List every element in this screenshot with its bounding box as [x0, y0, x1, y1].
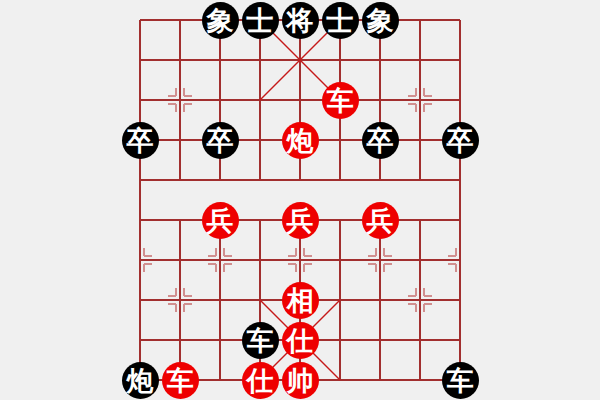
board-grid: 象士将士象车卒卒炮卒卒兵兵兵相车仕炮车仕帅车 — [120, 0, 480, 400]
point-f8r5[interactable] — [400, 160, 440, 200]
point-f4r3[interactable] — [240, 80, 280, 120]
point-f2r6[interactable] — [160, 200, 200, 240]
point-f5r4[interactable]: 炮 — [280, 120, 320, 160]
point-f3r3[interactable] — [200, 80, 240, 120]
point-f3r10[interactable] — [200, 360, 240, 400]
point-f6r10[interactable] — [320, 360, 360, 400]
piece-label: 兵 — [207, 207, 234, 234]
point-f8r4[interactable] — [400, 120, 440, 160]
point-f1r2[interactable] — [120, 40, 160, 80]
black-general[interactable]: 将 — [282, 2, 319, 39]
black-soldier[interactable]: 卒 — [122, 122, 159, 159]
piece-label: 相 — [287, 287, 314, 314]
red-elephant[interactable]: 相 — [282, 282, 319, 319]
piece-label: 将 — [287, 7, 314, 34]
point-f9r3[interactable] — [440, 80, 480, 120]
point-f4r7[interactable] — [240, 240, 280, 280]
point-f1r3[interactable] — [120, 80, 160, 120]
point-f7r1[interactable]: 象 — [360, 0, 400, 40]
point-f1r1[interactable] — [120, 0, 160, 40]
piece-label: 仕 — [287, 327, 314, 354]
point-f4r5[interactable] — [240, 160, 280, 200]
point-f4r8[interactable] — [240, 280, 280, 320]
point-f9r7[interactable] — [440, 240, 480, 280]
red-soldier[interactable]: 兵 — [362, 202, 399, 239]
black-advisor[interactable]: 士 — [322, 2, 359, 39]
piece-label: 士 — [327, 7, 354, 34]
piece-label: 卒 — [447, 127, 474, 154]
point-f3r8[interactable] — [200, 280, 240, 320]
point-f6r7[interactable] — [320, 240, 360, 280]
point-f4r9[interactable]: 车 — [240, 320, 280, 360]
point-f8r9[interactable] — [400, 320, 440, 360]
point-f3r5[interactable] — [200, 160, 240, 200]
piece-label: 象 — [367, 7, 394, 34]
piece-label: 车 — [167, 367, 194, 394]
point-f5r5[interactable] — [280, 160, 320, 200]
point-f6r3[interactable]: 车 — [320, 80, 360, 120]
piece-label: 仕 — [247, 367, 274, 394]
point-f1r8[interactable] — [120, 280, 160, 320]
point-f1r4[interactable]: 卒 — [120, 120, 160, 160]
piece-label: 车 — [327, 87, 354, 114]
red-soldier[interactable]: 兵 — [202, 202, 239, 239]
point-f8r3[interactable] — [400, 80, 440, 120]
point-f8r7[interactable] — [400, 240, 440, 280]
piece-label: 卒 — [367, 127, 394, 154]
point-f9r2[interactable] — [440, 40, 480, 80]
red-general[interactable]: 帅 — [282, 362, 319, 399]
point-f3r4[interactable]: 卒 — [200, 120, 240, 160]
point-f4r1[interactable]: 士 — [240, 0, 280, 40]
piece-label: 象 — [207, 7, 234, 34]
point-f7r5[interactable] — [360, 160, 400, 200]
red-advisor[interactable]: 仕 — [242, 362, 279, 399]
red-soldier[interactable]: 兵 — [282, 202, 319, 239]
point-f9r9[interactable] — [440, 320, 480, 360]
piece-label: 车 — [247, 327, 274, 354]
point-f6r5[interactable] — [320, 160, 360, 200]
point-f4r6[interactable] — [240, 200, 280, 240]
point-f8r1[interactable] — [400, 0, 440, 40]
point-f9r4[interactable]: 卒 — [440, 120, 480, 160]
piece-label: 帅 — [287, 367, 314, 394]
point-f1r9[interactable] — [120, 320, 160, 360]
point-f2r8[interactable] — [160, 280, 200, 320]
piece-label: 车 — [447, 367, 474, 394]
point-f9r8[interactable] — [440, 280, 480, 320]
point-f1r10[interactable]: 炮 — [120, 360, 160, 400]
point-f2r10[interactable]: 车 — [160, 360, 200, 400]
point-f9r1[interactable] — [440, 0, 480, 40]
point-f2r2[interactable] — [160, 40, 200, 80]
point-f9r6[interactable] — [440, 200, 480, 240]
black-advisor[interactable]: 士 — [242, 2, 279, 39]
point-f3r6[interactable]: 兵 — [200, 200, 240, 240]
point-f2r9[interactable] — [160, 320, 200, 360]
point-f2r4[interactable] — [160, 120, 200, 160]
piece-label: 兵 — [287, 207, 314, 234]
point-f4r4[interactable] — [240, 120, 280, 160]
point-f6r6[interactable] — [320, 200, 360, 240]
point-f2r1[interactable] — [160, 0, 200, 40]
point-f5r1[interactable]: 将 — [280, 0, 320, 40]
point-f1r7[interactable] — [120, 240, 160, 280]
xiangqi-board: 象士将士象车卒卒炮卒卒兵兵兵相车仕炮车仕帅车 — [0, 0, 600, 400]
point-f6r4[interactable] — [320, 120, 360, 160]
point-f1r5[interactable] — [120, 160, 160, 200]
red-cannon[interactable]: 炮 — [282, 122, 319, 159]
point-f9r10[interactable]: 车 — [440, 360, 480, 400]
piece-label: 士 — [247, 7, 274, 34]
point-f5r7[interactable] — [280, 240, 320, 280]
red-chariot[interactable]: 车 — [162, 362, 199, 399]
point-f6r8[interactable] — [320, 280, 360, 320]
point-f5r2[interactable] — [280, 40, 320, 80]
red-advisor[interactable]: 仕 — [282, 322, 319, 359]
point-f5r8[interactable]: 相 — [280, 280, 320, 320]
black-cannon[interactable]: 炮 — [122, 362, 159, 399]
point-f3r2[interactable] — [200, 40, 240, 80]
piece-label: 卒 — [127, 127, 154, 154]
point-f7r8[interactable] — [360, 280, 400, 320]
black-soldier[interactable]: 卒 — [202, 122, 239, 159]
point-f7r4[interactable]: 卒 — [360, 120, 400, 160]
black-elephant[interactable]: 象 — [362, 2, 399, 39]
point-f7r3[interactable] — [360, 80, 400, 120]
point-f7r7[interactable] — [360, 240, 400, 280]
point-f8r2[interactable] — [400, 40, 440, 80]
point-f4r2[interactable] — [240, 40, 280, 80]
point-f5r10[interactable]: 帅 — [280, 360, 320, 400]
piece-label: 卒 — [207, 127, 234, 154]
point-f6r1[interactable]: 士 — [320, 0, 360, 40]
point-f5r9[interactable]: 仕 — [280, 320, 320, 360]
point-f7r9[interactable] — [360, 320, 400, 360]
red-chariot[interactable]: 车 — [322, 82, 359, 119]
point-f2r7[interactable] — [160, 240, 200, 280]
point-f5r6[interactable]: 兵 — [280, 200, 320, 240]
point-f2r5[interactable] — [160, 160, 200, 200]
point-f3r9[interactable] — [200, 320, 240, 360]
point-f7r10[interactable] — [360, 360, 400, 400]
point-f8r10[interactable] — [400, 360, 440, 400]
piece-label: 炮 — [127, 367, 154, 394]
point-f8r6[interactable] — [400, 200, 440, 240]
black-chariot[interactable]: 车 — [442, 362, 479, 399]
point-f8r8[interactable] — [400, 280, 440, 320]
black-chariot[interactable]: 车 — [242, 322, 279, 359]
piece-label: 炮 — [287, 127, 314, 154]
point-f1r6[interactable] — [120, 200, 160, 240]
black-elephant[interactable]: 象 — [202, 2, 239, 39]
black-soldier[interactable]: 卒 — [442, 122, 479, 159]
point-f2r3[interactable] — [160, 80, 200, 120]
point-f7r2[interactable] — [360, 40, 400, 80]
piece-label: 兵 — [367, 207, 394, 234]
point-f6r9[interactable] — [320, 320, 360, 360]
point-f4r10[interactable]: 仕 — [240, 360, 280, 400]
point-f3r7[interactable] — [200, 240, 240, 280]
point-f6r2[interactable] — [320, 40, 360, 80]
black-soldier[interactable]: 卒 — [362, 122, 399, 159]
point-f3r1[interactable]: 象 — [200, 0, 240, 40]
point-f9r5[interactable] — [440, 160, 480, 200]
point-f5r3[interactable] — [280, 80, 320, 120]
point-f7r6[interactable]: 兵 — [360, 200, 400, 240]
